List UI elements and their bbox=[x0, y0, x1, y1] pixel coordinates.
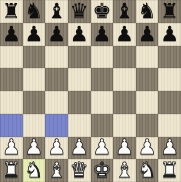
square-h4[interactable] bbox=[158, 91, 181, 114]
square-g3[interactable] bbox=[136, 114, 159, 137]
black-pawn-piece[interactable]: ♟ bbox=[25, 24, 44, 45]
square-a2[interactable]: ♟ bbox=[0, 137, 23, 160]
black-bishop-piece[interactable]: ♝ bbox=[115, 1, 134, 22]
white-pawn-piece[interactable]: ♟ bbox=[47, 137, 66, 158]
square-f4[interactable] bbox=[113, 91, 136, 114]
square-b1[interactable]: ♞ bbox=[23, 159, 46, 182]
square-e6[interactable] bbox=[91, 46, 114, 69]
square-a6[interactable] bbox=[0, 46, 23, 69]
black-rook-piece[interactable]: ♜ bbox=[160, 1, 179, 22]
square-c3[interactable] bbox=[45, 114, 68, 137]
black-pawn-piece[interactable]: ♟ bbox=[138, 24, 157, 45]
square-b8[interactable]: ♞ bbox=[23, 0, 46, 23]
square-e5[interactable] bbox=[91, 68, 114, 91]
square-a3[interactable] bbox=[0, 114, 23, 137]
square-h5[interactable] bbox=[158, 68, 181, 91]
square-f7[interactable]: ♟ bbox=[113, 23, 136, 46]
square-c1[interactable]: ♝ bbox=[45, 159, 68, 182]
chess-board: ♜♞♝♛♚♝♞♜♟♟♟♟♟♟♟♟♟♟♟♟♟♟♟♟♜♞♝♛♚♝♞♜ bbox=[0, 0, 181, 182]
square-a7[interactable]: ♟ bbox=[0, 23, 23, 46]
square-c7[interactable]: ♟ bbox=[45, 23, 68, 46]
black-pawn-piece[interactable]: ♟ bbox=[47, 24, 66, 45]
square-d2[interactable]: ♟ bbox=[68, 137, 91, 160]
square-f2[interactable]: ♟ bbox=[113, 137, 136, 160]
square-d3[interactable] bbox=[68, 114, 91, 137]
square-g5[interactable] bbox=[136, 68, 159, 91]
white-bishop-piece[interactable]: ♝ bbox=[47, 160, 66, 181]
black-rook-piece[interactable]: ♜ bbox=[2, 1, 21, 22]
square-g1[interactable]: ♞ bbox=[136, 159, 159, 182]
square-e2[interactable]: ♟ bbox=[91, 137, 114, 160]
square-g6[interactable] bbox=[136, 46, 159, 69]
white-king-piece[interactable]: ♚ bbox=[92, 160, 111, 181]
white-pawn-piece[interactable]: ♟ bbox=[160, 137, 179, 158]
square-d6[interactable] bbox=[68, 46, 91, 69]
black-king-piece[interactable]: ♚ bbox=[92, 1, 111, 22]
square-g7[interactable]: ♟ bbox=[136, 23, 159, 46]
white-rook-piece[interactable]: ♜ bbox=[2, 160, 21, 181]
square-h2[interactable]: ♟ bbox=[158, 137, 181, 160]
white-bishop-piece[interactable]: ♝ bbox=[115, 160, 134, 181]
white-pawn-piece[interactable]: ♟ bbox=[138, 137, 157, 158]
square-h3[interactable] bbox=[158, 114, 181, 137]
square-d1[interactable]: ♛ bbox=[68, 159, 91, 182]
square-a8[interactable]: ♜ bbox=[0, 0, 23, 23]
square-d5[interactable] bbox=[68, 68, 91, 91]
black-knight-piece[interactable]: ♞ bbox=[138, 1, 157, 22]
square-d8[interactable]: ♛ bbox=[68, 0, 91, 23]
chess-app-window: ♜♞♝♛♚♝♞♜♟♟♟♟♟♟♟♟♟♟♟♟♟♟♟♟♜♞♝♛♚♝♞♜ bbox=[0, 0, 181, 182]
square-b7[interactable]: ♟ bbox=[23, 23, 46, 46]
square-e7[interactable]: ♟ bbox=[91, 23, 114, 46]
white-pawn-piece[interactable]: ♟ bbox=[25, 137, 44, 158]
white-knight-piece[interactable]: ♞ bbox=[138, 160, 157, 181]
black-bishop-piece[interactable]: ♝ bbox=[47, 1, 66, 22]
white-pawn-piece[interactable]: ♟ bbox=[115, 137, 134, 158]
black-pawn-piece[interactable]: ♟ bbox=[160, 24, 179, 45]
square-a4[interactable] bbox=[0, 91, 23, 114]
square-g4[interactable] bbox=[136, 91, 159, 114]
square-f5[interactable] bbox=[113, 68, 136, 91]
square-e8[interactable]: ♚ bbox=[91, 0, 114, 23]
square-h1[interactable]: ♜ bbox=[158, 159, 181, 182]
white-knight-piece[interactable]: ♞ bbox=[25, 160, 44, 181]
square-b3[interactable] bbox=[23, 114, 46, 137]
square-e3[interactable] bbox=[91, 114, 114, 137]
square-c6[interactable] bbox=[45, 46, 68, 69]
square-h7[interactable]: ♟ bbox=[158, 23, 181, 46]
square-e4[interactable] bbox=[91, 91, 114, 114]
square-c4[interactable] bbox=[45, 91, 68, 114]
square-g2[interactable]: ♟ bbox=[136, 137, 159, 160]
square-h6[interactable] bbox=[158, 46, 181, 69]
white-pawn-piece[interactable]: ♟ bbox=[92, 137, 111, 158]
square-f3[interactable] bbox=[113, 114, 136, 137]
square-c5[interactable] bbox=[45, 68, 68, 91]
white-pawn-piece[interactable]: ♟ bbox=[70, 137, 89, 158]
black-pawn-piece[interactable]: ♟ bbox=[2, 24, 21, 45]
white-pawn-piece[interactable]: ♟ bbox=[2, 137, 21, 158]
square-h8[interactable]: ♜ bbox=[158, 0, 181, 23]
square-f6[interactable] bbox=[113, 46, 136, 69]
square-e1[interactable]: ♚ bbox=[91, 159, 114, 182]
square-d4[interactable] bbox=[68, 91, 91, 114]
square-a1[interactable]: ♜ bbox=[0, 159, 23, 182]
black-knight-piece[interactable]: ♞ bbox=[25, 1, 44, 22]
square-f8[interactable]: ♝ bbox=[113, 0, 136, 23]
square-b6[interactable] bbox=[23, 46, 46, 69]
black-queen-piece[interactable]: ♛ bbox=[70, 1, 89, 22]
square-d7[interactable]: ♟ bbox=[68, 23, 91, 46]
white-queen-piece[interactable]: ♛ bbox=[70, 160, 89, 181]
square-c2[interactable]: ♟ bbox=[45, 137, 68, 160]
square-c8[interactable]: ♝ bbox=[45, 0, 68, 23]
square-b2[interactable]: ♟ bbox=[23, 137, 46, 160]
black-pawn-piece[interactable]: ♟ bbox=[92, 24, 111, 45]
square-b4[interactable] bbox=[23, 91, 46, 114]
square-b5[interactable] bbox=[23, 68, 46, 91]
black-pawn-piece[interactable]: ♟ bbox=[70, 24, 89, 45]
square-f1[interactable]: ♝ bbox=[113, 159, 136, 182]
square-a5[interactable] bbox=[0, 68, 23, 91]
black-pawn-piece[interactable]: ♟ bbox=[115, 24, 134, 45]
square-g8[interactable]: ♞ bbox=[136, 0, 159, 23]
white-rook-piece[interactable]: ♜ bbox=[160, 160, 179, 181]
